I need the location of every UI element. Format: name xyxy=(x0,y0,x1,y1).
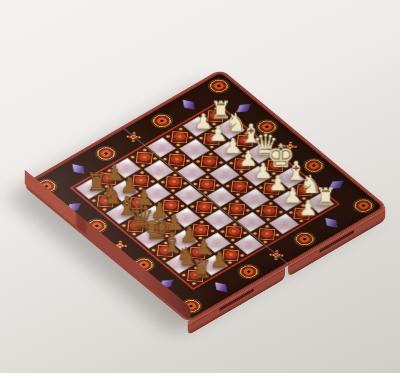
black-rook[interactable]: ♜ xyxy=(190,259,212,281)
white-rook[interactable]: ♜ xyxy=(315,186,337,208)
gem-ornament xyxy=(321,215,342,230)
rosette-ornament xyxy=(148,111,175,130)
chess-board: ♜♟♟♜♞♟♟♞♝♟♟♝♛♟♟♛♚♟♟♚♝♟♟♝♞♟♟♞♜♟♟♜ xyxy=(22,69,388,323)
rosette-ornament xyxy=(92,144,119,163)
white-pawn[interactable]: ♟ xyxy=(299,199,318,218)
photo-scene: ♜♟♟♜♞♟♟♞♝♟♟♝♛♟♟♛♚♟♟♚♝♟♟♝♞♟♟♞♜♟♟♜ xyxy=(0,0,400,373)
rosette-ornament xyxy=(291,229,318,248)
rosette-ornament xyxy=(205,77,232,96)
square-a3[interactable] xyxy=(164,127,194,148)
rosette-ornament xyxy=(235,262,262,281)
gem-ornament xyxy=(210,279,231,294)
